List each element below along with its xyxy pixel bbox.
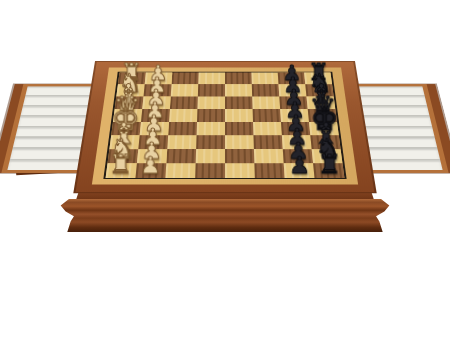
square-d4: [197, 109, 225, 122]
square-f3: [167, 135, 196, 149]
square-h2: ♟: [135, 163, 166, 178]
black-knight: ♞: [315, 135, 340, 163]
chess-set-photo: ♜♟♟♜♞♟♟♞♝♟♟♝♛♟♟♛♚♟♟♚♝♟♟♝♞♟♟♞♜♟♟♜: [0, 0, 450, 338]
square-g3: [166, 149, 196, 163]
square-a3: [171, 72, 198, 84]
square-f2: ♟: [138, 135, 168, 149]
square-a1: ♜: [118, 72, 146, 84]
square-d1: ♛: [113, 109, 142, 122]
black-rook: ♜: [308, 60, 329, 84]
square-a7: ♟: [278, 72, 306, 84]
square-d7: ♟: [280, 109, 309, 122]
square-e6: [253, 122, 282, 135]
white-rook: ♜: [121, 60, 142, 84]
square-b6: [252, 84, 280, 96]
square-g4: [196, 149, 225, 163]
square-e8: ♚: [309, 122, 339, 135]
drawer-compartment: [364, 136, 437, 147]
base-molding: [59, 199, 391, 232]
square-a8: ♜: [304, 72, 332, 84]
board-maple-border: ♜♟♟♜♞♟♟♞♝♟♟♝♛♟♟♛♚♟♟♚♝♟♟♝♞♟♟♞♜♟♟♜: [92, 68, 358, 185]
drawer-compartment: [368, 159, 443, 171]
square-c7: ♟: [279, 96, 307, 109]
square-h6: [254, 163, 284, 178]
square-g6: [254, 149, 284, 163]
square-b1: ♞: [116, 84, 144, 96]
black-king: ♚: [310, 103, 338, 134]
board-plane: ♜♟♟♜♞♟♟♞♝♟♟♝♛♟♟♛♚♟♟♚♝♟♟♝♞♟♟♞♜♟♟♜: [73, 61, 376, 193]
square-f1: ♝: [109, 135, 139, 149]
drawer-compartment: [361, 115, 432, 125]
square-b8: ♞: [305, 84, 333, 96]
drawer-compartment: [26, 86, 94, 94]
square-f6: [253, 135, 282, 149]
square-a4: [198, 72, 225, 84]
square-e7: ♟: [281, 122, 310, 135]
square-d6: [253, 109, 281, 122]
square-h5: [225, 163, 255, 178]
square-b2: ♟: [144, 84, 172, 96]
square-c1: ♝: [115, 96, 144, 109]
square-e4: [197, 122, 225, 135]
drawer-compartment: [358, 95, 427, 105]
square-g8: ♞: [312, 149, 343, 163]
square-c2: ♟: [142, 96, 170, 109]
square-b3: [171, 84, 199, 96]
square-g2: ♟: [137, 149, 167, 163]
square-h8: ♜: [313, 163, 344, 178]
drawer-compartment: [356, 86, 424, 94]
drawer-compartment: [10, 147, 84, 158]
square-h3: [165, 163, 195, 178]
square-c4: [197, 96, 225, 109]
square-a6: [251, 72, 278, 84]
drawer-compartment: [16, 126, 88, 137]
square-d8: ♛: [308, 109, 337, 122]
white-pawn: ♟: [149, 63, 168, 84]
square-c6: [252, 96, 280, 109]
square-h7: ♟: [284, 163, 315, 178]
drawer-compartment: [13, 136, 86, 147]
drawer-compartment: [23, 95, 92, 105]
square-f5: [225, 135, 254, 149]
square-g1: ♞: [108, 149, 139, 163]
square-c8: ♝: [306, 96, 335, 109]
square-h1: ♜: [106, 163, 137, 178]
drawer-compartment: [7, 159, 82, 171]
drawer-compartment: [363, 126, 435, 137]
square-e5: [225, 122, 253, 135]
square-g7: ♟: [283, 149, 313, 163]
square-e3: [168, 122, 197, 135]
square-a5: [225, 72, 252, 84]
square-b4: [198, 84, 225, 96]
drawer-compartment: [366, 147, 440, 158]
square-a2: ♟: [145, 72, 173, 84]
drawer-compartment: [21, 105, 91, 115]
square-f4: [196, 135, 225, 149]
black-pawn: ♟: [288, 140, 309, 163]
board-grid: ♜♟♟♜♞♟♟♞♝♟♟♝♛♟♟♛♚♟♟♚♝♟♟♝♞♟♟♞♜♟♟♜: [103, 72, 346, 179]
square-d5: [225, 109, 253, 122]
drawer-compartment: [18, 115, 89, 125]
drawer-compartment: [359, 105, 429, 115]
square-d3: [169, 109, 197, 122]
square-b5: [225, 84, 252, 96]
white-pawn: ♟: [141, 140, 162, 163]
square-f7: ♟: [282, 135, 312, 149]
board-frame: ♜♟♟♜♞♟♟♞♝♟♟♝♛♟♟♛♚♟♟♚♝♟♟♝♞♟♟♞♜♟♟♜: [73, 61, 376, 193]
white-king: ♚: [111, 103, 139, 134]
white-knight: ♞: [110, 135, 135, 163]
square-h4: [195, 163, 225, 178]
square-c5: [225, 96, 253, 109]
square-d2: ♟: [141, 109, 170, 122]
square-c3: [170, 96, 198, 109]
black-pawn: ♟: [282, 63, 301, 84]
square-e1: ♚: [111, 122, 141, 135]
square-g5: [225, 149, 254, 163]
square-b7: ♟: [279, 84, 307, 96]
square-f8: ♝: [310, 135, 340, 149]
square-e2: ♟: [140, 122, 169, 135]
